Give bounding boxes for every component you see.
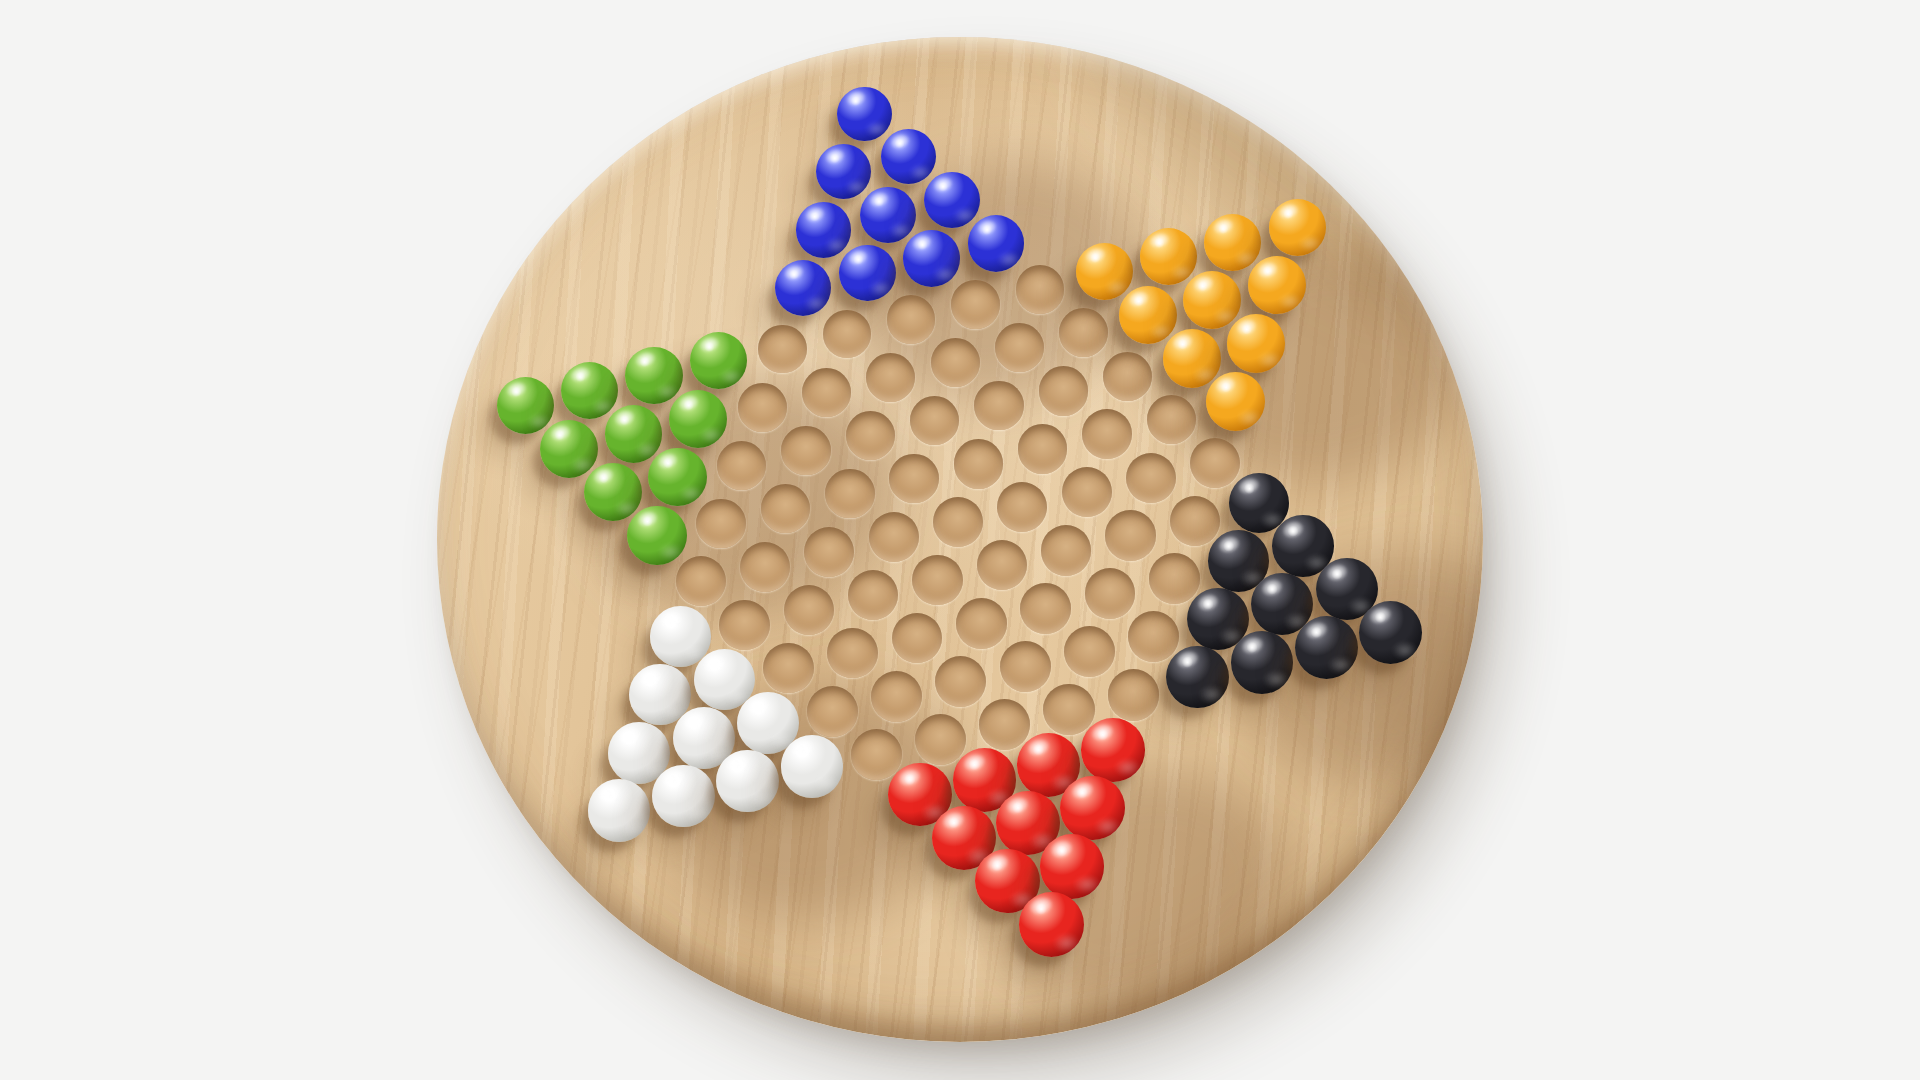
hole-r11-c7[interactable] [1064, 626, 1115, 677]
marble-green-r5-c2[interactable] [669, 390, 727, 448]
marble-red-r16-c0[interactable] [1019, 892, 1085, 958]
marble-green-r5-c1[interactable] [605, 405, 663, 463]
hole-r6-c4[interactable] [846, 411, 895, 460]
hole-r10-c6[interactable] [1020, 583, 1071, 634]
hole-r8-c7[interactable] [1126, 453, 1176, 503]
hole-r11-c5[interactable] [935, 656, 986, 707]
marble-black-r12-c12[interactable] [1359, 601, 1422, 664]
marble-yellow-r6-c9[interactable] [1163, 329, 1222, 388]
hole-r6-c6[interactable] [974, 381, 1023, 430]
hole-r5-c7[interactable] [995, 323, 1044, 372]
hole-r4-c6[interactable] [887, 295, 936, 344]
marble-black-r12-c11[interactable] [1295, 616, 1358, 679]
hole-r5-c4[interactable] [802, 368, 851, 417]
hole-r11-c3[interactable] [807, 686, 858, 737]
hole-r8-c8[interactable] [1190, 438, 1240, 488]
hole-r7-c7[interactable] [1082, 409, 1132, 459]
marble-yellow-r4-c10[interactable] [1140, 228, 1197, 285]
hole-r6-c3[interactable] [781, 426, 830, 475]
hole-r7-c2[interactable] [761, 484, 811, 534]
hole-r10-c2[interactable] [763, 643, 814, 694]
hole-r11-c4[interactable] [871, 671, 922, 722]
marble-red-r15-c1[interactable] [1040, 834, 1105, 899]
marble-black-r12-c10[interactable] [1231, 631, 1294, 694]
marble-white-r12-c1[interactable] [652, 765, 715, 828]
hole-r9-c4[interactable] [912, 555, 962, 605]
marble-blue-r2-c1[interactable] [860, 187, 916, 243]
marble-red-r13-c3[interactable] [1081, 718, 1145, 782]
hole-r5-c3[interactable] [738, 383, 787, 432]
marble-yellow-r4-c11[interactable] [1204, 214, 1261, 271]
marble-yellow-r5-c9[interactable] [1119, 286, 1177, 344]
hole-r7-c3[interactable] [825, 469, 875, 519]
marble-red-r14-c2[interactable] [1060, 776, 1124, 840]
marble-yellow-r5-c11[interactable] [1248, 256, 1306, 314]
marble-white-r12-c3[interactable] [781, 735, 844, 798]
marble-green-r4-c1[interactable] [561, 362, 618, 419]
marble-yellow-r4-c12[interactable] [1269, 199, 1326, 256]
marble-green-r6-c1[interactable] [648, 448, 707, 507]
hole-r7-c5[interactable] [954, 439, 1004, 489]
marble-blue-r3-c0[interactable] [775, 260, 832, 317]
hole-r4-c4[interactable] [758, 325, 807, 374]
hole-r8-c2[interactable] [804, 527, 854, 577]
hole-r9-c7[interactable] [1105, 510, 1155, 560]
marble-blue-r3-c1[interactable] [839, 245, 896, 302]
hole-r10-c3[interactable] [827, 628, 878, 679]
marble-yellow-r6-c10[interactable] [1227, 314, 1286, 373]
hole-r8-c3[interactable] [869, 512, 919, 562]
hole-r4-c7[interactable] [951, 280, 1000, 329]
hole-r12-c7[interactable] [1043, 684, 1094, 735]
marble-yellow-r4-c9[interactable] [1076, 243, 1133, 300]
hole-r6-c7[interactable] [1039, 366, 1088, 415]
hole-r6-c8[interactable] [1103, 352, 1152, 401]
marble-blue-r1-c0[interactable] [816, 144, 871, 199]
marble-blue-r3-c3[interactable] [968, 215, 1025, 272]
hole-r10-c7[interactable] [1085, 568, 1136, 619]
marble-white-r12-c0[interactable] [588, 779, 651, 842]
hole-r12-c5[interactable] [915, 714, 966, 765]
marble-blue-r0-c0[interactable] [837, 87, 891, 141]
hole-r10-c8[interactable] [1149, 553, 1200, 604]
marble-green-r4-c2[interactable] [625, 347, 682, 404]
hole-r7-c6[interactable] [1018, 424, 1068, 474]
hole-r12-c8[interactable] [1108, 669, 1159, 720]
hole-r9-c1[interactable] [719, 600, 769, 650]
hole-r12-c4[interactable] [851, 729, 902, 780]
hole-r10-c5[interactable] [956, 598, 1007, 649]
scene [0, 0, 1920, 1080]
hole-r9-c6[interactable] [1041, 525, 1091, 575]
hole-r5-c6[interactable] [931, 338, 980, 387]
hole-r8-c4[interactable] [933, 497, 983, 547]
hole-r5-c5[interactable] [866, 353, 915, 402]
hole-r7-c8[interactable] [1147, 395, 1197, 445]
hole-r8-c0[interactable] [676, 556, 726, 606]
marble-blue-r2-c2[interactable] [924, 172, 980, 228]
marble-blue-r1-c1[interactable] [881, 129, 936, 184]
marble-black-r12-c9[interactable] [1166, 646, 1229, 709]
marble-blue-r3-c2[interactable] [903, 230, 960, 287]
hole-r8-c6[interactable] [1062, 467, 1112, 517]
marble-white-r12-c2[interactable] [716, 750, 779, 813]
hole-r11-c6[interactable] [1000, 641, 1051, 692]
marble-green-r7-c0[interactable] [627, 506, 686, 565]
hole-r6-c2[interactable] [717, 441, 766, 490]
hole-r7-c4[interactable] [889, 454, 939, 504]
hole-r7-c1[interactable] [696, 499, 746, 549]
marble-yellow-r7-c9[interactable] [1206, 372, 1265, 431]
marble-green-r5-c0[interactable] [540, 420, 598, 478]
hole-r4-c8[interactable] [1016, 265, 1065, 314]
marble-yellow-r5-c10[interactable] [1183, 271, 1241, 329]
marble-green-r4-c0[interactable] [497, 377, 554, 434]
marble-green-r6-c0[interactable] [584, 463, 643, 522]
marble-green-r4-c3[interactable] [690, 332, 747, 389]
hole-r8-c1[interactable] [740, 542, 790, 592]
marble-blue-r2-c0[interactable] [796, 202, 852, 258]
hole-r9-c8[interactable] [1170, 496, 1220, 546]
hole-r9-c2[interactable] [784, 585, 834, 635]
